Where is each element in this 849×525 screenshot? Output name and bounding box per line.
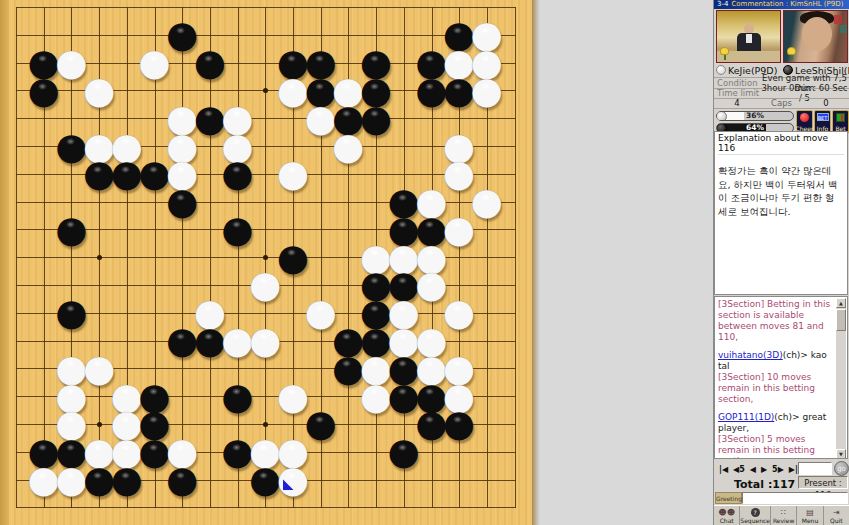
white-stone: ● [85, 77, 113, 105]
white-stone: ● [279, 160, 307, 188]
black-stone: ● [113, 466, 141, 494]
condition-label: Condition [714, 78, 760, 88]
white-stone: ● [445, 215, 473, 243]
black-stone: ● [390, 382, 418, 410]
chat-username-link[interactable]: GOP111(1D) [718, 412, 774, 422]
black-stone: ● [279, 243, 307, 271]
black-stone: ● [113, 160, 141, 188]
white-percentage-text: 36% [717, 112, 793, 120]
toolbar-sequence-button[interactable]: ? Sequence [740, 506, 771, 525]
greeting-row: Greeting [714, 492, 849, 505]
white-stone: ● [251, 271, 279, 299]
black-captures-count: 0 [803, 98, 849, 108]
white-stone: ● [224, 327, 252, 355]
black-stone: ● [224, 160, 252, 188]
titlebar-number: 3-4 [714, 0, 731, 8]
chat-input[interactable] [742, 492, 848, 504]
black-stone: ● [168, 21, 196, 49]
white-stone: ● [445, 160, 473, 188]
white-stone: ● [445, 299, 473, 327]
nav-back-button[interactable]: ◀ [750, 465, 756, 474]
chat-box: [3Section] Betting in this section is av… [714, 296, 848, 459]
black-stone: ● [445, 77, 473, 105]
present-move-box: Present : 116 [798, 476, 848, 489]
chat-system-message: [3Section] 5 moves remain in this bettin… [718, 434, 834, 459]
black-stone: ● [307, 410, 335, 438]
white-stone: ● [473, 77, 501, 105]
explanation-title: Explanation about move 116 [718, 133, 844, 155]
black-stone: ● [168, 466, 196, 494]
toolbar-review-button[interactable]: ∷ Review [771, 506, 797, 525]
toolbar-chat-button[interactable]: ☻☻ Chat [714, 506, 740, 525]
black-stone: ● [141, 160, 169, 188]
nav-forward5-button[interactable]: 5▶ [772, 465, 784, 474]
black-stone: ● [196, 327, 224, 355]
window-titlebar[interactable]: 3-4Commentation : KimSnHL (P9D) [714, 0, 849, 9]
black-stone: ● [168, 188, 196, 216]
black-stone: ● [417, 410, 445, 438]
stones-layer: ●●●●●●●●●●●●●●●●●●●●●●●●●●●●●●●●●●●●●●●●… [2, 0, 528, 521]
nav-first-button[interactable]: |◀ [719, 465, 728, 474]
black-stone: ● [196, 104, 224, 132]
time-limit-label: Time limit [714, 88, 760, 98]
toolbar-quit-button[interactable]: ⇥ Quit [824, 506, 849, 525]
black-stone: ● [251, 466, 279, 494]
white-stone: ● [58, 49, 86, 77]
black-stone: ● [334, 354, 362, 382]
sequence-icon: ? [751, 508, 760, 517]
review-icon: ∷ [781, 508, 786, 517]
quit-icon: ⇥ [833, 508, 840, 517]
white-stone: ● [279, 466, 307, 494]
white-stone: ● [85, 354, 113, 382]
black-stone: ● [417, 77, 445, 105]
chat-user-message: GOP111(1D)(ch)> great player, [718, 412, 834, 434]
gift-icon [836, 113, 845, 122]
black-stone: ● [85, 466, 113, 494]
bet-card-icon: BET [817, 113, 829, 121]
chat-system-message: [3Section] Betting in this section is av… [718, 299, 834, 343]
white-stone: ● [58, 466, 86, 494]
white-percentage-bar: 36% [716, 111, 794, 121]
white-stone-icon [716, 65, 726, 75]
black-stone: ● [85, 160, 113, 188]
white-stone: ● [141, 49, 169, 77]
photo-face [802, 17, 832, 51]
white-player-photo [716, 10, 781, 63]
chat-system-message: [3Section] 10 moves remain in this betti… [718, 372, 834, 405]
black-stone: ● [224, 215, 252, 243]
scroll-down-icon[interactable]: ▼ [836, 449, 846, 459]
white-stone: ● [279, 382, 307, 410]
white-stone: ● [417, 271, 445, 299]
balloon-icon [800, 113, 809, 122]
black-stone: ● [58, 132, 86, 160]
greeting-button[interactable]: Greeting [715, 492, 742, 504]
black-stone: ● [58, 299, 86, 327]
black-stone: ● [141, 438, 169, 466]
scroll-up-icon[interactable]: ▲ [836, 298, 846, 308]
photo-shirt [746, 34, 752, 43]
captures-row: 4 Caps 0 [714, 98, 849, 109]
black-stone: ● [445, 410, 473, 438]
flower-icon [720, 47, 729, 60]
nav-last-button[interactable]: ▶| [789, 465, 798, 474]
white-bar-knob [716, 111, 727, 121]
chat-icon: ☻☻ [718, 508, 735, 517]
explanation-text: 확정가는 흑이 약간 많은데요, 하지만 백이 두터워서 백이 조금이나마 두기… [718, 164, 844, 218]
white-stone: ● [307, 299, 335, 327]
black-stone: ● [58, 215, 86, 243]
white-captures-count: 4 [714, 98, 760, 108]
photo-background-glass [834, 15, 842, 24]
totals-row: Total :117 Present : 116 [714, 475, 849, 491]
black-stone: ● [224, 382, 252, 410]
titlebar-text: Commentation : KimSnHL (P9D) [731, 0, 843, 8]
black-stone: ● [390, 438, 418, 466]
white-stone: ● [279, 77, 307, 105]
flower-icon [787, 47, 796, 60]
menu-icon: ▤ [806, 508, 814, 517]
black-stone: ● [224, 438, 252, 466]
toolbar-menu-button[interactable]: ▤ Menu [797, 506, 823, 525]
scrollbar-thumb[interactable] [836, 309, 846, 331]
white-stone: ● [307, 104, 335, 132]
chat-username-link[interactable]: vuihatano(3D) [718, 350, 783, 360]
go-board[interactable]: ●●●●●●●●●●●●●●●●●●●●●●●●●●●●●●●●●●●●●●●●… [0, 0, 532, 525]
board-edge-shadow [532, 0, 540, 525]
black-stone: ● [168, 327, 196, 355]
photo-background-glass [840, 25, 848, 33]
move-number-input[interactable] [798, 462, 832, 475]
nav-back5-button[interactable]: ◀5 [733, 465, 745, 474]
captures-label: Caps [760, 98, 803, 108]
white-stone: ● [30, 466, 58, 494]
nav-forward-button[interactable]: ▶ [761, 465, 767, 474]
white-stone: ● [362, 382, 390, 410]
black-stone: ● [362, 104, 390, 132]
white-stone: ● [334, 132, 362, 160]
white-stone: ● [251, 327, 279, 355]
chat-user-message: vuihatano(3D)(ch)> kao tal [718, 350, 834, 372]
chat-message-list: [3Section] Betting in this section is av… [718, 299, 834, 459]
bottom-toolbar: ☻☻ Chat ? Sequence ∷ Review ▤ Menu ⇥ Qui… [714, 505, 849, 525]
go-button[interactable]: go [834, 461, 849, 476]
black-stone: ● [196, 49, 224, 77]
explanation-box: Explanation about move 116 확정가는 흑이 약간 많은… [714, 131, 848, 295]
black-stone: ● [30, 77, 58, 105]
total-moves-label: Total :117 [734, 478, 795, 491]
chat-scrollbar[interactable]: ▲ ▼ [836, 298, 846, 459]
time-limit-row: Time limit 3hour 0min : 60 Sec / 5 [714, 88, 849, 99]
commentary-panel: 3-4Commentation : KimSnHL (P9D) KeJie(P9… [713, 0, 849, 525]
black-player-photo [783, 10, 848, 63]
white-stone: ● [473, 188, 501, 216]
